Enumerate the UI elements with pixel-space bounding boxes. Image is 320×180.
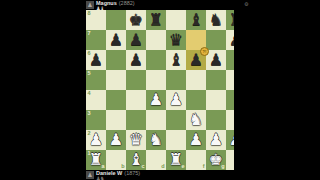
square-b1[interactable]: b xyxy=(106,150,126,170)
avatar-pawn-icon: ♟ xyxy=(87,2,92,8)
file-label-b: b xyxy=(121,164,124,170)
square-c4[interactable] xyxy=(126,90,146,110)
square-a4[interactable]: 4 xyxy=(86,90,106,110)
top-player-bar: ♟ Magnus(2882) ♟♝ xyxy=(86,0,234,10)
square-b4[interactable] xyxy=(106,90,126,110)
white-pawn-d4[interactable]: ♟ xyxy=(146,90,166,110)
black-pawn-b7[interactable]: ♟ xyxy=(106,30,126,50)
square-b2[interactable]: ♟ xyxy=(106,130,126,150)
square-g7[interactable] xyxy=(206,30,226,50)
white-pawn-e4[interactable]: ♟ xyxy=(166,90,186,110)
square-a3[interactable]: 3 xyxy=(86,110,106,130)
square-d7[interactable] xyxy=(146,30,166,50)
square-a6[interactable]: 6♟ xyxy=(86,50,106,70)
rank-label-8: 8 xyxy=(88,11,91,17)
settings-gear-icon[interactable]: ⚙ xyxy=(244,2,248,7)
square-c8[interactable]: ♚ xyxy=(126,10,146,30)
file-label-a: a xyxy=(101,164,104,170)
square-g5[interactable] xyxy=(206,70,226,90)
square-d8[interactable]: ♜ xyxy=(146,10,166,30)
black-king-c8[interactable]: ♚ xyxy=(126,10,146,30)
square-g3[interactable] xyxy=(206,110,226,130)
square-f1[interactable]: f xyxy=(186,150,206,170)
square-e8[interactable] xyxy=(166,10,186,30)
square-f6[interactable]: ♟?! xyxy=(186,50,206,70)
move-classification-badge: ?! xyxy=(200,47,209,56)
bottom-captured-pieces: ♟♞ xyxy=(96,176,140,180)
square-e1[interactable]: e♜ xyxy=(166,150,186,170)
top-captured-pieces: ♟♝ xyxy=(96,6,135,10)
square-g4[interactable] xyxy=(206,90,226,110)
white-knight-d2[interactable]: ♞ xyxy=(146,130,166,150)
square-d5[interactable] xyxy=(146,70,166,90)
left-letterbox-bar xyxy=(0,0,86,180)
square-a5[interactable]: 5 xyxy=(86,70,106,90)
square-b6[interactable] xyxy=(106,50,126,70)
square-f5[interactable] xyxy=(186,70,206,90)
black-pawn-c7[interactable]: ♟ xyxy=(126,30,146,50)
square-b5[interactable] xyxy=(106,70,126,90)
avatar-pawn-icon: ♟ xyxy=(87,172,92,178)
square-f4[interactable] xyxy=(186,90,206,110)
square-e3[interactable] xyxy=(166,110,186,130)
black-bishop-e6[interactable]: ♝ xyxy=(166,50,186,70)
bottom-player-bar: ♟ Daniele W(1875) ♟♞ xyxy=(86,170,234,180)
square-f2[interactable]: ♟ xyxy=(186,130,206,150)
square-d4[interactable]: ♟ xyxy=(146,90,166,110)
black-rook-d8[interactable]: ♜ xyxy=(146,10,166,30)
square-b7[interactable]: ♟ xyxy=(106,30,126,50)
square-f3[interactable]: ♞ xyxy=(186,110,206,130)
white-pawn-g2[interactable]: ♟ xyxy=(206,130,226,150)
square-c3[interactable] xyxy=(126,110,146,130)
chess-board[interactable]: 8♚♜♝♞♜7♟♟♛♟6♟♟♝♟?!♟54♟♟3♞2♟♟♛♞♟♟♟1a♜bc♝d… xyxy=(86,10,246,170)
square-g1[interactable]: g♚ xyxy=(206,150,226,170)
square-d2[interactable]: ♞ xyxy=(146,130,166,150)
black-pawn-c6[interactable]: ♟ xyxy=(126,50,146,70)
square-d3[interactable] xyxy=(146,110,166,130)
square-a2[interactable]: 2♟ xyxy=(86,130,106,150)
white-queen-c2[interactable]: ♛ xyxy=(126,130,146,150)
square-e6[interactable]: ♝ xyxy=(166,50,186,70)
square-c1[interactable]: c♝ xyxy=(126,150,146,170)
rank-label-1: 1 xyxy=(88,151,91,157)
black-queen-e7[interactable]: ♛ xyxy=(166,30,186,50)
square-c5[interactable] xyxy=(126,70,146,90)
rank-label-3: 3 xyxy=(88,111,91,117)
square-c6[interactable]: ♟ xyxy=(126,50,146,70)
square-a8[interactable]: 8 xyxy=(86,10,106,30)
black-knight-g8[interactable]: ♞ xyxy=(206,10,226,30)
rank-label-4: 4 xyxy=(88,91,91,97)
rank-label-7: 7 xyxy=(88,31,91,37)
square-f8[interactable]: ♝ xyxy=(186,10,206,30)
rank-label-6: 6 xyxy=(88,51,91,57)
file-label-g: g xyxy=(221,164,224,170)
square-d6[interactable] xyxy=(146,50,166,70)
square-d1[interactable]: d xyxy=(146,150,166,170)
square-b8[interactable] xyxy=(106,10,126,30)
file-label-d: d xyxy=(161,164,164,170)
bottom-player-avatar[interactable]: ♟ xyxy=(86,171,94,179)
square-g8[interactable]: ♞ xyxy=(206,10,226,30)
rank-label-5: 5 xyxy=(88,71,91,77)
square-e7[interactable]: ♛ xyxy=(166,30,186,50)
file-label-f: f xyxy=(203,164,205,170)
square-e2[interactable] xyxy=(166,130,186,150)
white-pawn-f2[interactable]: ♟ xyxy=(186,130,206,150)
square-a7[interactable]: 7 xyxy=(86,30,106,50)
white-knight-f3[interactable]: ♞ xyxy=(186,110,206,130)
top-player-avatar[interactable]: ♟ xyxy=(86,1,94,9)
square-g2[interactable]: ♟ xyxy=(206,130,226,150)
square-e5[interactable] xyxy=(166,70,186,90)
square-c2[interactable]: ♛ xyxy=(126,130,146,150)
rank-label-2: 2 xyxy=(88,131,91,137)
file-label-e: e xyxy=(181,164,184,170)
white-pawn-b2[interactable]: ♟ xyxy=(106,130,126,150)
square-g6[interactable]: ♟ xyxy=(206,50,226,70)
square-a1[interactable]: 1a♜ xyxy=(86,150,106,170)
square-c7[interactable]: ♟ xyxy=(126,30,146,50)
right-letterbox-bar xyxy=(234,0,320,180)
game-screen: ♟ Magnus(2882) ♟♝ 8♚♜♝♞♜7♟♟♛♟6♟♟♝♟?!♟54♟… xyxy=(0,0,320,180)
file-label-c: c xyxy=(141,164,144,170)
black-pawn-g6[interactable]: ♟ xyxy=(206,50,226,70)
square-e4[interactable]: ♟ xyxy=(166,90,186,110)
square-b3[interactable] xyxy=(106,110,126,130)
black-bishop-f8[interactable]: ♝ xyxy=(186,10,206,30)
